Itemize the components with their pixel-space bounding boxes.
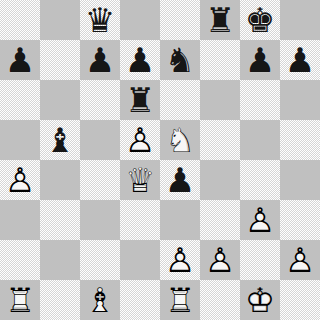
- square-b2[interactable]: [40, 240, 80, 280]
- white-pawn-h2[interactable]: [280, 240, 320, 280]
- square-d4[interactable]: ♛♕: [120, 160, 160, 200]
- chess-board-window: ♛♜♚♟♟♟♞♟♟♜♝♟♙♞♘♟♙♛♕♟♟♙♟♙♟♙♟♙♜♖♝♗♜♖♚♔: [0, 0, 320, 320]
- black-bishop-b5[interactable]: [40, 120, 80, 160]
- white-pawn-a4[interactable]: [0, 160, 40, 200]
- square-a1[interactable]: ♜♖: [0, 280, 40, 320]
- square-e6[interactable]: [160, 80, 200, 120]
- square-c3[interactable]: [80, 200, 120, 240]
- square-f4[interactable]: [200, 160, 240, 200]
- square-b3[interactable]: [40, 200, 80, 240]
- chess-board: ♛♜♚♟♟♟♞♟♟♜♝♟♙♞♘♟♙♛♕♟♟♙♟♙♟♙♟♙♜♖♝♗♜♖♚♔: [0, 0, 320, 320]
- square-c4[interactable]: [80, 160, 120, 200]
- square-b7[interactable]: [40, 40, 80, 80]
- white-king-g1[interactable]: [240, 280, 280, 320]
- square-d3[interactable]: [120, 200, 160, 240]
- square-a5[interactable]: [0, 120, 40, 160]
- square-g7[interactable]: ♟: [240, 40, 280, 80]
- square-a3[interactable]: [0, 200, 40, 240]
- square-b5[interactable]: ♝: [40, 120, 80, 160]
- square-g1[interactable]: ♚♔: [240, 280, 280, 320]
- square-d5[interactable]: ♟♙: [120, 120, 160, 160]
- square-f6[interactable]: [200, 80, 240, 120]
- square-a8[interactable]: [0, 0, 40, 40]
- square-h5[interactable]: [280, 120, 320, 160]
- square-f3[interactable]: [200, 200, 240, 240]
- square-a4[interactable]: ♟♙: [0, 160, 40, 200]
- square-d2[interactable]: [120, 240, 160, 280]
- black-rook-d6[interactable]: [120, 80, 160, 120]
- square-h7[interactable]: ♟: [280, 40, 320, 80]
- square-g2[interactable]: [240, 240, 280, 280]
- square-c6[interactable]: [80, 80, 120, 120]
- square-g4[interactable]: [240, 160, 280, 200]
- white-pawn-d5[interactable]: [120, 120, 160, 160]
- square-f1[interactable]: [200, 280, 240, 320]
- white-rook-a1[interactable]: [0, 280, 40, 320]
- black-pawn-d7[interactable]: [120, 40, 160, 80]
- square-c7[interactable]: ♟: [80, 40, 120, 80]
- square-g3[interactable]: ♟♙: [240, 200, 280, 240]
- square-d6[interactable]: ♜: [120, 80, 160, 120]
- black-pawn-c7[interactable]: [80, 40, 120, 80]
- black-knight-e7[interactable]: [160, 40, 200, 80]
- white-pawn-f2[interactable]: [200, 240, 240, 280]
- square-d1[interactable]: [120, 280, 160, 320]
- white-pawn-e2[interactable]: [160, 240, 200, 280]
- square-a6[interactable]: [0, 80, 40, 120]
- square-e7[interactable]: ♞: [160, 40, 200, 80]
- square-g8[interactable]: ♚: [240, 0, 280, 40]
- square-b8[interactable]: [40, 0, 80, 40]
- black-queen-c8[interactable]: [80, 0, 120, 40]
- black-pawn-g7[interactable]: [240, 40, 280, 80]
- white-knight-e5[interactable]: [160, 120, 200, 160]
- square-g6[interactable]: [240, 80, 280, 120]
- square-c2[interactable]: [80, 240, 120, 280]
- square-e1[interactable]: ♜♖: [160, 280, 200, 320]
- black-pawn-h7[interactable]: [280, 40, 320, 80]
- square-b6[interactable]: [40, 80, 80, 120]
- square-a2[interactable]: [0, 240, 40, 280]
- square-e5[interactable]: ♞♘: [160, 120, 200, 160]
- square-e4[interactable]: ♟: [160, 160, 200, 200]
- square-g5[interactable]: [240, 120, 280, 160]
- square-b1[interactable]: [40, 280, 80, 320]
- black-king-g8[interactable]: [240, 0, 280, 40]
- square-f8[interactable]: ♜: [200, 0, 240, 40]
- square-d7[interactable]: ♟: [120, 40, 160, 80]
- square-a7[interactable]: ♟: [0, 40, 40, 80]
- square-c5[interactable]: [80, 120, 120, 160]
- square-h4[interactable]: [280, 160, 320, 200]
- square-c1[interactable]: ♝♗: [80, 280, 120, 320]
- square-h2[interactable]: ♟♙: [280, 240, 320, 280]
- square-f5[interactable]: [200, 120, 240, 160]
- square-e8[interactable]: [160, 0, 200, 40]
- square-c8[interactable]: ♛: [80, 0, 120, 40]
- square-h6[interactable]: [280, 80, 320, 120]
- square-h8[interactable]: [280, 0, 320, 40]
- square-d8[interactable]: [120, 0, 160, 40]
- square-f2[interactable]: ♟♙: [200, 240, 240, 280]
- white-pawn-g3[interactable]: [240, 200, 280, 240]
- square-f7[interactable]: [200, 40, 240, 80]
- black-pawn-e4[interactable]: [160, 160, 200, 200]
- square-h1[interactable]: [280, 280, 320, 320]
- white-bishop-c1[interactable]: [80, 280, 120, 320]
- square-b4[interactable]: [40, 160, 80, 200]
- square-h3[interactable]: [280, 200, 320, 240]
- white-rook-e1[interactable]: [160, 280, 200, 320]
- square-e3[interactable]: [160, 200, 200, 240]
- white-queen-d4[interactable]: [120, 160, 160, 200]
- square-e2[interactable]: ♟♙: [160, 240, 200, 280]
- black-rook-f8[interactable]: [200, 0, 240, 40]
- black-pawn-a7[interactable]: [0, 40, 40, 80]
